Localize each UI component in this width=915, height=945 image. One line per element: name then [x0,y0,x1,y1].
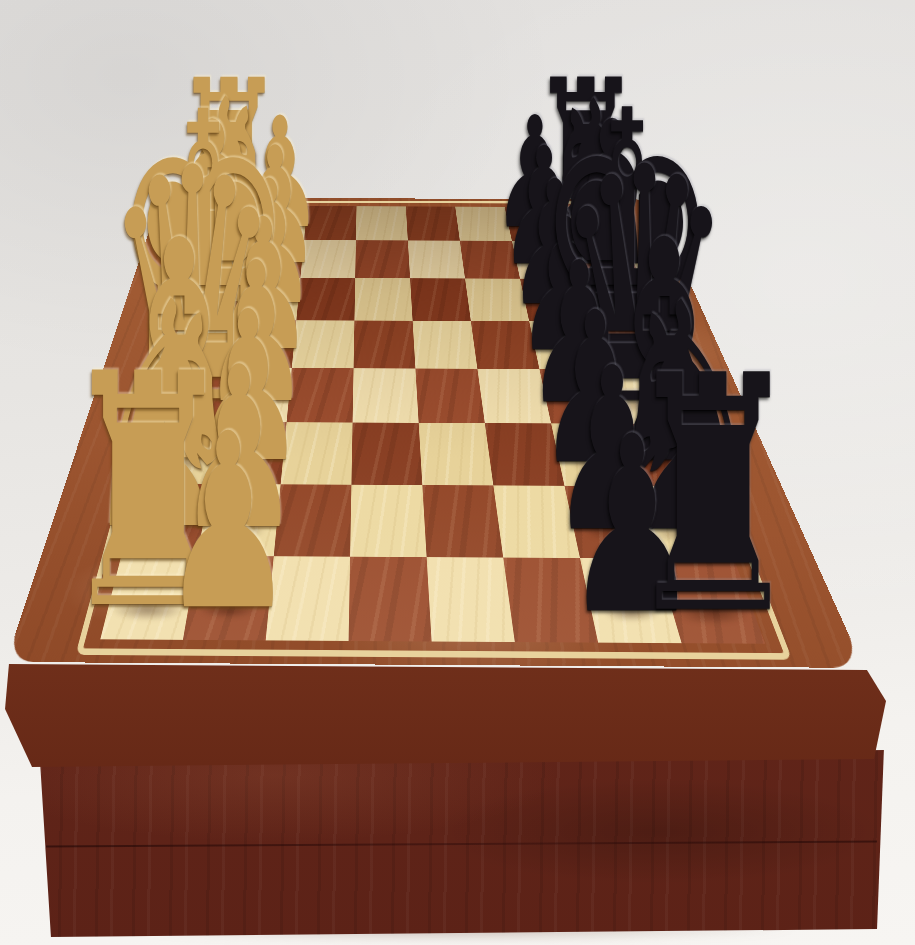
square-h4 [356,206,408,240]
square-a2 [183,556,274,641]
square-a1 [100,555,197,639]
square-d2 [221,368,292,422]
square-g4 [355,240,410,278]
square-c3 [281,422,353,484]
square-e8 [588,321,664,369]
square-g1 [191,240,252,278]
square-f1 [180,278,245,320]
square-c5 [419,423,494,486]
square-c1 [139,422,220,484]
square-f3 [296,278,355,321]
square-g6 [460,241,520,279]
square-d5 [415,369,484,424]
square-d6 [477,369,551,424]
square-b2 [197,484,280,556]
square-f4 [354,278,412,321]
square-b3 [274,484,352,556]
square-f6 [465,278,529,321]
square-e5 [413,321,478,369]
square-g8 [564,241,630,279]
square-e6 [471,321,540,369]
square-h2 [252,206,307,240]
square-c2 [210,422,287,484]
square-e4 [354,321,416,369]
square-d1 [155,368,230,422]
square-b5 [422,485,503,557]
square-e1 [168,320,238,368]
square-a4 [349,557,432,642]
square-g2 [246,240,304,278]
square-g5 [408,240,465,278]
square-f5 [410,278,471,321]
square-a3 [266,556,350,641]
square-b1 [121,484,210,556]
square-a5 [427,557,515,642]
square-h1 [200,206,258,240]
square-c4 [351,423,422,486]
square-h5 [406,206,460,240]
square-h3 [304,206,357,240]
chessboard-lid [6,198,864,668]
square-f2 [238,278,300,320]
chess-board [100,206,765,644]
square-d4 [353,368,419,423]
square-h8 [554,207,616,241]
square-h6 [455,207,512,241]
photo-scene: ♜♟♟♜♞♟♟♞♝♟♟♝♚♟♟♚♛♟♟♛♝♟♟♝♞♟♟♞♜♟♟♜ [0,0,915,945]
square-b4 [350,485,426,557]
square-d3 [287,368,354,422]
square-e3 [292,320,355,368]
square-f8 [575,279,646,322]
square-g3 [300,240,356,278]
square-e2 [230,320,296,368]
